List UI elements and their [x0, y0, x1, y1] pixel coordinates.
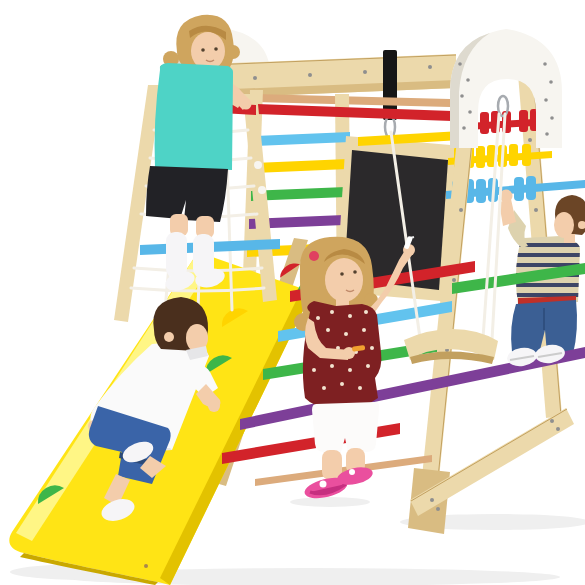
rung-yellow: [253, 159, 348, 173]
neck: [564, 234, 575, 243]
white-shorts: [312, 402, 379, 452]
face: [191, 32, 225, 70]
rung-red-top: [256, 104, 452, 121]
rail-knob: [254, 161, 262, 169]
ear: [164, 332, 174, 342]
forearm: [499, 199, 516, 226]
slide-screw: [144, 564, 148, 568]
hair-tie: [309, 251, 319, 261]
playset-photo: [0, 0, 585, 585]
face: [325, 258, 363, 302]
playset-illustration: [0, 0, 585, 585]
knee-sock: [166, 232, 187, 278]
black-shorts: [146, 166, 228, 222]
hand: [208, 400, 220, 412]
hand: [241, 99, 252, 110]
hanging-strap: [383, 50, 397, 138]
sandal-flower: [320, 481, 327, 488]
sandal-flower: [349, 469, 355, 475]
rail-knob: [258, 186, 266, 194]
teal-shirt: [155, 63, 234, 170]
